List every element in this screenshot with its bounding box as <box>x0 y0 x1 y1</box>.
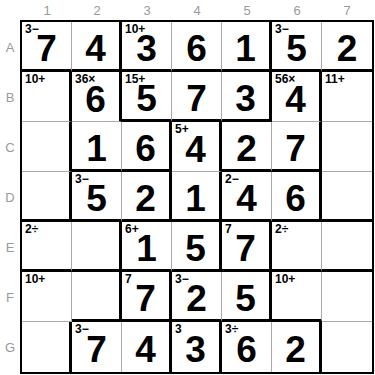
cell-value-A2: 4 <box>85 25 106 67</box>
cell-value-E3: 1 <box>136 225 157 267</box>
cage-clue-F1: 10+ <box>25 273 45 286</box>
cell-B2[interactable]: 36×6 <box>72 72 122 122</box>
cage-clue-A3: 10+ <box>125 23 145 36</box>
row-label-D: D <box>5 191 14 204</box>
cell-E6[interactable]: 2÷ <box>272 222 322 272</box>
cell-D5[interactable]: 2−4 <box>222 172 272 222</box>
row-label-A: A <box>6 41 15 54</box>
cell-B5[interactable]: 3 <box>222 72 272 122</box>
cell-value-D3: 2 <box>135 175 156 217</box>
col-label-4: 4 <box>193 4 200 17</box>
cell-value-A4: 6 <box>186 25 207 67</box>
cage-clue-E1: 2÷ <box>25 223 38 236</box>
cell-E1[interactable]: 2÷ <box>22 222 72 272</box>
cage-clue-G4: 3 <box>175 323 182 336</box>
cell-value-G4: 3 <box>185 326 206 368</box>
col-label-7: 7 <box>343 4 350 17</box>
cell-G2[interactable]: 3−7 <box>72 322 122 372</box>
cell-value-C3: 6 <box>135 125 156 167</box>
cell-value-A6: 5 <box>286 25 307 67</box>
cage-clue-B7: 11+ <box>325 73 345 86</box>
cell-C3[interactable]: 6 <box>122 122 172 172</box>
cell-E5[interactable]: 77 <box>222 222 272 272</box>
cell-value-C5: 2 <box>236 125 257 167</box>
cell-D6[interactable]: 6 <box>272 172 322 222</box>
cell-A3[interactable]: 10+3 <box>122 22 172 72</box>
cage-clue-C4: 5+ <box>175 123 189 136</box>
cell-G4[interactable]: 33 <box>172 322 222 372</box>
cell-value-C6: 7 <box>285 125 306 167</box>
cell-B4[interactable]: 7 <box>172 72 222 122</box>
cage-clue-B2: 36× <box>75 73 95 86</box>
cage-clue-D5: 2− <box>225 173 239 186</box>
cage-clue-A1: 3− <box>25 23 39 36</box>
cell-G3[interactable]: 4 <box>122 322 172 372</box>
cell-D4[interactable]: 1 <box>172 172 222 222</box>
cell-C4[interactable]: 5+4 <box>172 122 222 172</box>
cell-F1[interactable]: 10+ <box>22 272 72 322</box>
cell-C2[interactable]: 1 <box>72 122 122 172</box>
cell-value-F4: 2 <box>186 275 207 317</box>
cell-C6[interactable]: 7 <box>272 122 322 172</box>
cell-A1[interactable]: 3−7 <box>22 22 72 72</box>
cage-clue-G5: 3÷ <box>225 323 238 336</box>
cell-C1[interactable] <box>22 122 72 172</box>
cage-clue-D2: 3− <box>75 173 89 186</box>
cell-A2[interactable]: 4 <box>72 22 122 72</box>
cage-clue-G2: 3− <box>75 323 89 336</box>
cell-value-E5: 7 <box>235 225 256 267</box>
col-label-2: 2 <box>93 4 100 17</box>
cage-clue-E5: 7 <box>225 223 232 236</box>
col-label-1: 1 <box>43 4 50 17</box>
cage-clue-A6: 3− <box>275 23 289 36</box>
cell-value-D5: 4 <box>236 175 257 217</box>
cell-B7[interactable]: 11+ <box>322 72 372 122</box>
cell-D1[interactable] <box>22 172 72 222</box>
cell-F6[interactable]: 10+ <box>272 272 322 322</box>
cell-value-A5: 1 <box>235 25 256 67</box>
cell-value-D2: 5 <box>86 175 107 217</box>
cell-E3[interactable]: 6+1 <box>122 222 172 272</box>
cell-G1[interactable] <box>22 322 72 372</box>
col-label-3: 3 <box>143 4 150 17</box>
cell-A7[interactable]: 2 <box>322 22 372 72</box>
cell-F3[interactable]: 77 <box>122 272 172 322</box>
cell-value-D6: 6 <box>285 175 306 217</box>
cell-G5[interactable]: 3÷6 <box>222 322 272 372</box>
cell-value-A1: 7 <box>36 25 57 67</box>
cell-B1[interactable]: 10+ <box>22 72 72 122</box>
cage-clue-B1: 10+ <box>25 73 45 86</box>
cage-clue-F3: 7 <box>125 273 132 286</box>
cell-value-G6: 2 <box>285 326 306 368</box>
cage-clue-F4: 3− <box>175 273 189 286</box>
cell-value-A7: 2 <box>337 25 358 67</box>
cell-value-G5: 6 <box>236 326 257 368</box>
cage-clue-B6: 56× <box>275 73 295 86</box>
cell-G7[interactable] <box>322 322 372 372</box>
cell-value-B5: 3 <box>235 75 256 117</box>
row-label-C: C <box>5 141 14 154</box>
row-label-E: E <box>6 241 15 254</box>
cell-B3[interactable]: 15+5 <box>122 72 172 122</box>
cell-B6[interactable]: 56×4 <box>272 72 322 122</box>
kenken-puzzle: 1234567 ABCDEFG 3−7410+3613−5210+36×615+… <box>0 0 375 375</box>
cell-G6[interactable]: 2 <box>272 322 322 372</box>
cage-clue-E6: 2÷ <box>275 223 288 236</box>
cell-E4[interactable]: 5 <box>172 222 222 272</box>
cell-value-B4: 7 <box>186 75 207 117</box>
cell-value-D4: 1 <box>185 175 206 217</box>
cell-value-E4: 5 <box>185 225 206 267</box>
cell-C5[interactable]: 2 <box>222 122 272 172</box>
cell-F4[interactable]: 3−2 <box>172 272 222 322</box>
cell-value-F5: 5 <box>235 275 256 317</box>
cell-value-C2: 1 <box>86 125 107 167</box>
cell-D3[interactable]: 2 <box>122 172 172 222</box>
cell-F2[interactable] <box>72 272 122 322</box>
cell-A6[interactable]: 3−5 <box>272 22 322 72</box>
cell-D7[interactable] <box>322 172 372 222</box>
row-label-B: B <box>6 91 15 104</box>
cage-clue-E3: 6+ <box>125 223 139 236</box>
cage-clue-F6: 10+ <box>275 273 295 286</box>
cell-value-F3: 7 <box>135 275 156 317</box>
kenken-board: 3−7410+3613−5210+36×615+57356×411+165+42… <box>20 20 374 374</box>
cell-F7[interactable] <box>322 272 372 322</box>
col-label-6: 6 <box>293 4 300 17</box>
cage-clue-B3: 15+ <box>125 73 145 86</box>
cell-C7[interactable] <box>322 122 372 172</box>
col-label-5: 5 <box>243 4 250 17</box>
row-label-F: F <box>6 291 14 304</box>
cell-E2[interactable] <box>72 222 122 272</box>
cell-A4[interactable]: 6 <box>172 22 222 72</box>
cell-value-G2: 7 <box>86 326 107 368</box>
row-label-G: G <box>5 341 15 354</box>
cell-A5[interactable]: 1 <box>222 22 272 72</box>
cell-F5[interactable]: 5 <box>222 272 272 322</box>
cell-E7[interactable] <box>322 222 372 272</box>
cell-value-G3: 4 <box>135 326 156 368</box>
cell-D2[interactable]: 3−5 <box>72 172 122 222</box>
